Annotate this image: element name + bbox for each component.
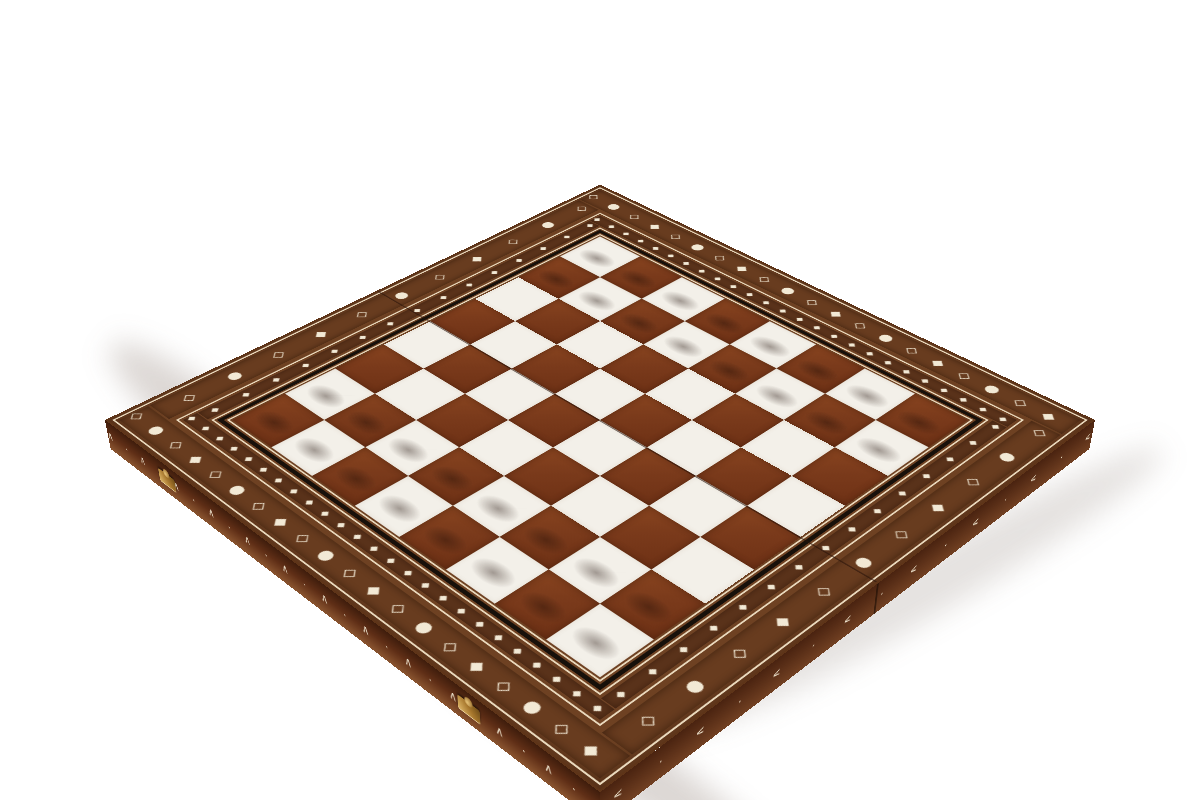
black-pawn: ♟ — [836, 358, 923, 455]
white-rook: ♜ — [533, 505, 661, 648]
inlay-frame: ◇ ● ◇ ◆ ◇ ● ◇ ◆ ◇ ● ◇ ◆ ◇ ● ◇ ◆ ◇ ● ◇ ◆ … — [105, 185, 1095, 793]
scene: ∨ · ∨ · ∨ · ∨ · ∨ · ∨ · ∨ · ∨ · ∨ · ∨ · … — [0, 0, 1200, 800]
photo-background: ∨ · ∨ · ∨ · ∨ · ∨ · ∨ · ∨ · ∨ · ∨ · ∨ · … — [0, 0, 1200, 800]
chess-board-box: ∨ · ∨ · ∨ · ∨ · ∨ · ∨ · ∨ · ∨ · ∨ · ∨ · … — [105, 185, 1095, 793]
